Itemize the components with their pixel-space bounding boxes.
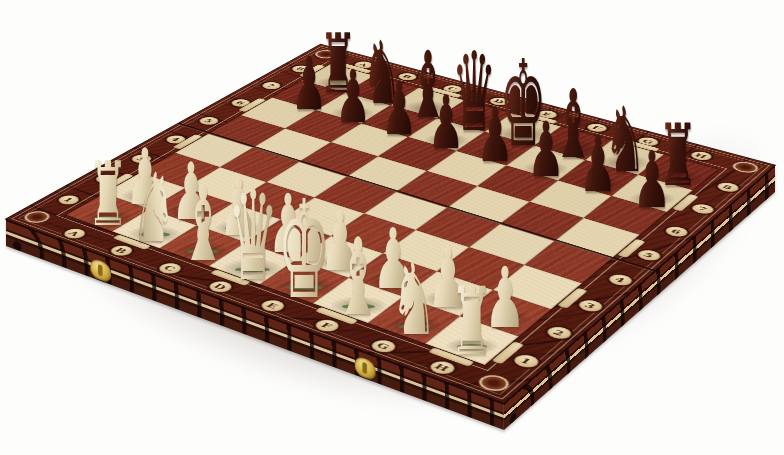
black-pawn-h7[interactable]: ♟: [633, 141, 671, 219]
chess-set-photo: AA11BB22CC33DD44EE55FF66GG77HH88 ♜♞♟♝♟♛♟…: [0, 0, 784, 455]
white-rook-a1[interactable]: ♜: [87, 151, 128, 240]
white-king-e1[interactable]: ♚: [278, 182, 332, 318]
black-pawn-d7[interactable]: ♟: [428, 85, 465, 159]
black-pawn-f7[interactable]: ♟: [527, 112, 564, 188]
white-knight-g1[interactable]: ♞: [391, 250, 438, 350]
white-knight-b1[interactable]: ♞: [132, 162, 177, 258]
black-pawn-a7[interactable]: ♟: [291, 47, 327, 120]
black-pawn-c7[interactable]: ♟: [381, 72, 417, 145]
white-bishop-c1[interactable]: ♝: [180, 173, 226, 276]
white-bishop-f1[interactable]: ♝: [334, 225, 382, 331]
white-queen-d1[interactable]: ♛: [227, 173, 278, 297]
black-pawn-g7[interactable]: ♟: [579, 126, 617, 203]
black-pawn-e7[interactable]: ♟: [477, 98, 514, 173]
brass-clasp: [355, 355, 376, 382]
white-rook-h1[interactable]: ♜: [450, 275, 494, 369]
black-pawn-b7[interactable]: ♟: [335, 59, 371, 132]
brass-clasp: [90, 257, 111, 284]
